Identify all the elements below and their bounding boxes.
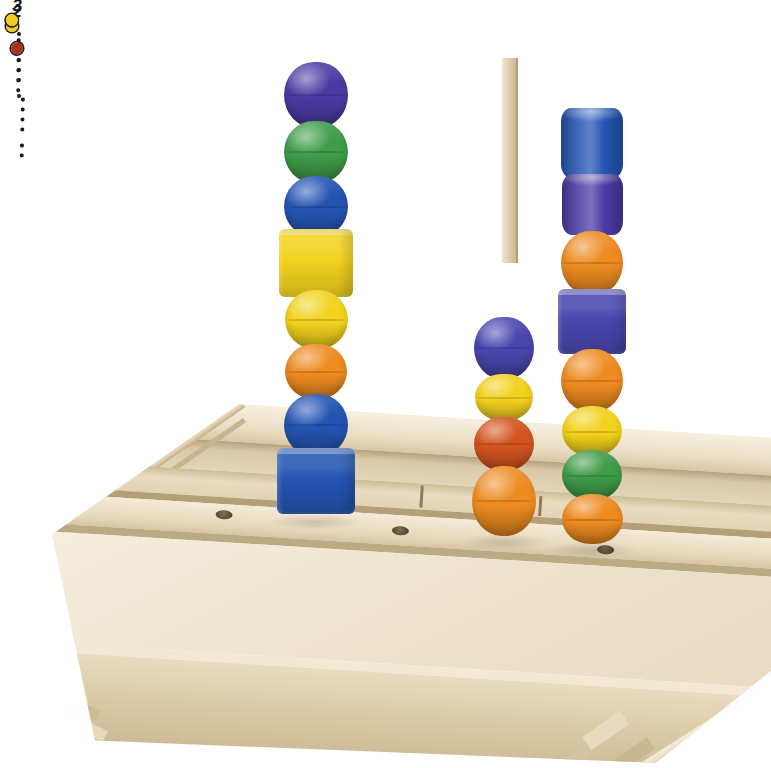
indigo-cube-on-rod-3[interactable] xyxy=(558,289,626,354)
card-shape-darkblue-square xyxy=(20,127,24,131)
green-bead-on-rod-1[interactable] xyxy=(284,121,348,183)
blue-bead-on-rod-1[interactable] xyxy=(284,176,348,237)
yellow-bead-on-rod-2[interactable] xyxy=(475,374,533,421)
orange-bead-on-rod-3[interactable] xyxy=(562,494,623,544)
orange-bead-on-rod-1[interactable] xyxy=(285,344,347,399)
card-shape-yellow-bead xyxy=(16,68,20,72)
yellow-bead-on-rod-3[interactable] xyxy=(562,406,622,456)
purple-cylinder-on-rod-3[interactable] xyxy=(562,174,623,235)
yellow-bead-on-rod-1[interactable] xyxy=(285,290,348,349)
card-edge xyxy=(502,58,518,263)
card-shape-darkblue-square xyxy=(16,58,20,62)
card-shape-red-bead xyxy=(16,78,20,82)
orange-bead-on-rod-3[interactable] xyxy=(561,231,623,295)
card-shape-purple-bead xyxy=(17,32,21,36)
stack-shadow xyxy=(458,534,550,550)
stack-shadow xyxy=(270,514,362,530)
card-shape-green-oval xyxy=(20,153,24,157)
toy-box-photo: 23 xyxy=(0,0,771,768)
green-bead-on-rod-3[interactable] xyxy=(562,450,622,500)
card-frame: 3 xyxy=(6,14,18,26)
card-shape-orange-square xyxy=(16,88,20,92)
card-frame xyxy=(11,42,23,54)
blue-cube-on-rod-1[interactable] xyxy=(277,448,355,514)
orange-bead-on-rod-2[interactable] xyxy=(472,466,536,536)
purple-bead-on-rod-1[interactable] xyxy=(284,62,348,128)
yellow-cube-on-rod-1[interactable] xyxy=(279,229,353,297)
card-shape-yellow-bead xyxy=(20,143,24,147)
blue-bead-on-rod-1[interactable] xyxy=(284,394,348,456)
card-shape-blue-bead xyxy=(21,97,25,101)
card-number-text: 3 xyxy=(12,0,22,16)
card-shape-red-square xyxy=(20,117,24,121)
orange-bead-on-rod-3[interactable] xyxy=(561,349,623,412)
stack-shadow xyxy=(546,542,638,558)
redorange-bead-on-rod-2[interactable] xyxy=(474,417,534,471)
box-front-wall xyxy=(0,390,771,768)
indigo-bead-on-rod-2[interactable] xyxy=(474,317,534,379)
blue-cylinder-on-rod-3[interactable] xyxy=(561,108,623,178)
card-shape-purple-bead xyxy=(21,107,25,111)
